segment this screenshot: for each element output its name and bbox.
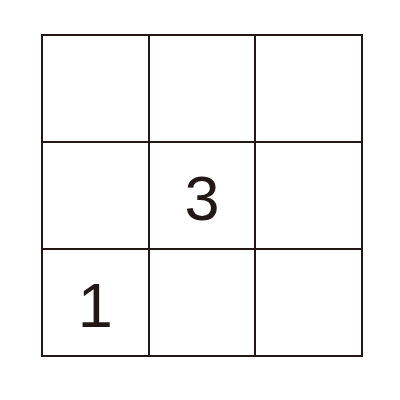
cell-r3c2[interactable]	[150, 250, 255, 355]
cell-r2c1[interactable]	[43, 143, 148, 248]
cell-r1c3[interactable]	[256, 36, 361, 141]
puzzle-board: 3 1	[41, 34, 363, 357]
cell-r1c2[interactable]	[150, 36, 255, 141]
cell-value-given: 3	[184, 167, 219, 230]
cell-r2c3[interactable]	[256, 143, 361, 248]
cell-value-given: 1	[78, 274, 113, 337]
cell-r3c1: 1	[43, 250, 148, 355]
cell-r2c2: 3	[150, 143, 255, 248]
puzzle-page: 3 1	[0, 0, 400, 400]
cell-r3c3[interactable]	[256, 250, 361, 355]
cell-r1c1[interactable]	[43, 36, 148, 141]
